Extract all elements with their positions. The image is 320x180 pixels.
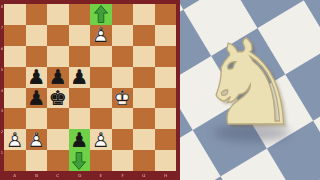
white-knight-icon: ♞ (180, 8, 320, 158)
square-f2[interactable] (112, 129, 134, 150)
square-g2[interactable] (133, 129, 155, 150)
white-king: ♚♔ (112, 88, 134, 109)
black-pawn: ♟♙ (47, 67, 69, 88)
square-b3[interactable] (26, 108, 48, 129)
file-label: C (50, 172, 65, 178)
square-f6[interactable] (112, 46, 134, 67)
square-d4[interactable] (69, 88, 91, 109)
square-a7[interactable] (4, 25, 26, 46)
square-g8[interactable] (133, 4, 155, 25)
square-g1[interactable] (133, 150, 155, 171)
rank-label: 1 (1, 150, 3, 163)
white-pawn: ♟♙ (26, 129, 48, 150)
square-b6[interactable] (26, 46, 48, 67)
square-c5[interactable]: ♟♙ (47, 67, 69, 88)
black-pawn: ♟♙ (26, 67, 48, 88)
square-e6[interactable] (90, 46, 112, 67)
square-b1[interactable] (26, 150, 48, 171)
square-h5[interactable] (155, 67, 177, 88)
white-pawn: ♟♙ (90, 129, 112, 150)
square-b5[interactable]: ♟♙ (26, 67, 48, 88)
square-h2[interactable] (155, 129, 177, 150)
promotion-arrow-down-icon (72, 151, 87, 170)
square-g4[interactable] (133, 88, 155, 109)
square-b8[interactable] (26, 4, 48, 25)
square-e2[interactable]: ♟♙ (90, 129, 112, 150)
rank-label: 4 (1, 88, 3, 101)
black-pawn: ♟♙ (69, 67, 91, 88)
square-d1[interactable] (69, 150, 91, 171)
square-a3[interactable] (4, 108, 26, 129)
square-e5[interactable] (90, 67, 112, 88)
square-h8[interactable] (155, 4, 177, 25)
square-h3[interactable] (155, 108, 177, 129)
square-h6[interactable] (155, 46, 177, 67)
square-c8[interactable] (47, 4, 69, 25)
square-d7[interactable] (69, 25, 91, 46)
square-e1[interactable] (90, 150, 112, 171)
square-f4[interactable]: ♚♔ (112, 88, 134, 109)
square-e4[interactable] (90, 88, 112, 109)
square-a8[interactable] (4, 4, 26, 25)
square-f7[interactable] (112, 25, 134, 46)
black-pawn: ♟♙ (26, 88, 48, 109)
square-e3[interactable] (90, 108, 112, 129)
square-c3[interactable] (47, 108, 69, 129)
square-h1[interactable] (155, 150, 177, 171)
square-c6[interactable] (47, 46, 69, 67)
file-labels: ABCDEFGH (4, 171, 176, 180)
square-g3[interactable] (133, 108, 155, 129)
square-a2[interactable]: ♟♙ (4, 129, 26, 150)
square-d8[interactable] (69, 4, 91, 25)
square-g5[interactable] (133, 67, 155, 88)
rank-label: 5 (1, 67, 3, 80)
square-c4[interactable]: ♚♔ (47, 88, 69, 109)
rank-label: 6 (1, 46, 3, 59)
square-g6[interactable] (133, 46, 155, 67)
square-d2[interactable]: ♟♙ (69, 129, 91, 150)
square-h7[interactable] (155, 25, 177, 46)
file-label: E (93, 172, 108, 178)
square-c2[interactable] (47, 129, 69, 150)
file-label: D (72, 172, 87, 178)
square-f5[interactable] (112, 67, 134, 88)
file-label: H (158, 172, 173, 178)
square-a6[interactable] (4, 46, 26, 67)
square-e8[interactable] (90, 4, 112, 25)
chess-board[interactable]: ♟♙♟♙♟♙♟♙♟♙♚♔♚♔♟♙♟♙♟♙♟♙ (4, 4, 176, 171)
puzzle-thumbnail: ♟♙♟♙♟♙♟♙♟♙♚♔♚♔♟♙♟♙♟♙♟♙ 87654321 ABCDEFGH… (0, 0, 320, 180)
rank-label: 3 (1, 108, 3, 121)
square-d3[interactable] (69, 108, 91, 129)
square-f3[interactable] (112, 108, 134, 129)
square-d5[interactable]: ♟♙ (69, 67, 91, 88)
file-label: B (29, 172, 44, 178)
rank-label: 8 (1, 4, 3, 17)
square-a1[interactable] (4, 150, 26, 171)
square-h4[interactable] (155, 88, 177, 109)
square-c7[interactable] (47, 25, 69, 46)
square-a5[interactable] (4, 67, 26, 88)
square-a4[interactable] (4, 88, 26, 109)
square-f1[interactable] (112, 150, 134, 171)
square-f8[interactable] (112, 4, 134, 25)
file-label: F (115, 172, 130, 178)
black-pawn: ♟♙ (69, 129, 91, 150)
knight-photo-panel: ♞ (180, 0, 320, 180)
black-king: ♚♔ (47, 88, 69, 109)
square-c1[interactable] (47, 150, 69, 171)
chess-board-panel: ♟♙♟♙♟♙♟♙♟♙♚♔♚♔♟♙♟♙♟♙♟♙ 87654321 ABCDEFGH (0, 0, 180, 180)
promotion-arrow-up-icon (93, 5, 108, 24)
square-b4[interactable]: ♟♙ (26, 88, 48, 109)
white-pawn: ♟♙ (4, 129, 26, 150)
square-g7[interactable] (133, 25, 155, 46)
file-label: G (136, 172, 151, 178)
white-pawn: ♟♙ (90, 25, 112, 46)
rank-label: 2 (1, 129, 3, 142)
rank-labels: 87654321 (0, 4, 4, 171)
file-label: A (7, 172, 22, 178)
rank-label: 7 (1, 25, 3, 38)
square-e7[interactable]: ♟♙ (90, 25, 112, 46)
square-b7[interactable] (26, 25, 48, 46)
square-d6[interactable] (69, 46, 91, 67)
square-b2[interactable]: ♟♙ (26, 129, 48, 150)
